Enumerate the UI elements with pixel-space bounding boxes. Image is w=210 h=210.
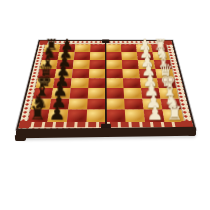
board-square: [88, 78, 106, 88]
board-corner-decoration: [163, 40, 172, 44]
board-square: ♟: [144, 110, 165, 122]
board-square: [125, 110, 145, 122]
folded-box-edge: [16, 127, 196, 139]
board-square: ♝: [159, 88, 179, 99]
board-square: [68, 99, 87, 110]
board-square: [122, 60, 139, 69]
board-square: ♝: [154, 60, 172, 69]
board-square: ♟: [141, 88, 160, 99]
board-corner-decoration: [39, 40, 48, 44]
board-square: ♟: [53, 78, 72, 88]
board-square: [72, 69, 90, 78]
board-square: ♜: [44, 44, 61, 52]
board-square: [71, 78, 89, 88]
board-square: [124, 99, 144, 110]
board-square: [89, 69, 106, 78]
board-square: ♟: [56, 60, 73, 69]
board-square: [121, 44, 137, 52]
board-square: ♟: [140, 78, 159, 88]
board-square: ♞: [161, 99, 182, 110]
board-square: ♟: [137, 52, 154, 60]
board-square: [106, 44, 122, 52]
board-square: [123, 78, 141, 88]
white-pawn: ♟: [137, 38, 153, 52]
board-square: [123, 88, 142, 99]
board-square: [87, 99, 106, 110]
board-square: ♟: [136, 44, 152, 52]
board-square: ♟: [55, 69, 73, 78]
board-square: [67, 110, 87, 122]
board-square: [106, 60, 123, 69]
board-square: [89, 60, 106, 69]
board-square: ♜: [151, 44, 168, 52]
board-square: ♛: [38, 69, 57, 78]
board-square: ♚: [157, 78, 176, 88]
board-square: [73, 60, 90, 69]
board-corner-decoration: [18, 121, 31, 128]
folding-chess-board: ♜♟♟♜♞♟♟♞♝♟♟♝♛♟♟♛♚♟♟♚♝♟♟♝♞♟♟♞♜♟♟♜: [16, 40, 196, 130]
board-square: ♝: [40, 60, 58, 69]
photo-canvas: ♜♟♟♜♞♟♟♞♝♟♟♝♛♟♟♛♚♟♟♚♝♟♟♝♞♟♟♞♜♟♟♜: [0, 0, 210, 210]
board-square: [106, 78, 124, 88]
board-square: [106, 52, 122, 60]
board-square: ♟: [139, 69, 157, 78]
board-square: [90, 52, 106, 60]
board-square: ♟: [142, 99, 162, 110]
board-square: [106, 88, 124, 99]
board-square: ♟: [58, 52, 75, 60]
board-square: [121, 52, 138, 60]
board-square: ♜: [28, 110, 50, 122]
board-square: ♚: [35, 78, 54, 88]
board-square: [69, 88, 88, 99]
board-square: [106, 69, 123, 78]
board-square: ♞: [42, 52, 59, 60]
board-square: ♟: [49, 99, 69, 110]
board-square: [106, 110, 126, 122]
board-square: [90, 44, 106, 52]
board-square: [88, 88, 106, 99]
board-square: [74, 52, 90, 60]
board-square: ♝: [33, 88, 53, 99]
board-square: ♟: [138, 60, 156, 69]
board-square: ♞: [152, 52, 169, 60]
board-square: [122, 69, 140, 78]
box-foot: [15, 135, 26, 141]
board-square: ♟: [51, 88, 70, 99]
board-square: ♟: [47, 110, 68, 122]
box-foot: [188, 131, 196, 136]
black-pawn: ♟: [59, 38, 75, 52]
board-square: [86, 110, 106, 122]
board-square: [106, 99, 125, 110]
board-square: ♛: [155, 69, 174, 78]
board-square: ♞: [31, 99, 52, 110]
board-square: [75, 44, 91, 52]
board-square: ♟: [59, 44, 75, 52]
board-hinge-tab: [102, 40, 110, 43]
board-scene: ♜♟♟♜♞♟♟♞♝♟♟♝♛♟♟♛♚♟♟♚♝♟♟♝♞♟♟♞♜♟♟♜: [12, 0, 198, 130]
